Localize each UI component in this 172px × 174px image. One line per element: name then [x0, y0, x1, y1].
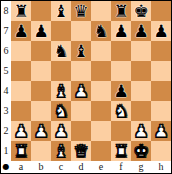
square-g2[interactable]: ♟ — [131, 121, 151, 141]
black-pawn: ♟ — [133, 21, 148, 41]
white-pawn: ♟ — [13, 121, 28, 141]
white-knight: ♞ — [113, 101, 128, 121]
rank-label-7: 7 — [1, 21, 11, 41]
file-label-b: b — [31, 161, 51, 173]
rank-label-6: 6 — [1, 41, 11, 61]
square-h1[interactable] — [151, 141, 171, 161]
square-c1[interactable]: ♝ — [51, 141, 71, 161]
white-pawn: ♟ — [53, 121, 68, 141]
file-label-f: f — [111, 161, 131, 173]
square-f2[interactable] — [111, 121, 131, 141]
white-queen: ♛ — [73, 141, 88, 161]
square-h4[interactable] — [151, 81, 171, 101]
white-bishop: ♝ — [53, 141, 68, 161]
square-e4[interactable] — [91, 81, 111, 101]
square-f7[interactable]: ♟ — [111, 21, 131, 41]
white-pawn: ♟ — [33, 121, 48, 141]
square-a8[interactable]: ♜ — [11, 1, 31, 21]
black-bishop: ♝ — [53, 1, 68, 21]
black-rook: ♜ — [13, 1, 28, 21]
square-c8[interactable]: ♝ — [51, 1, 71, 21]
square-b7[interactable]: ♟ — [31, 21, 51, 41]
square-e8[interactable] — [91, 1, 111, 21]
square-d2[interactable] — [71, 121, 91, 141]
black-pawn: ♟ — [113, 81, 128, 101]
square-b5[interactable] — [31, 61, 51, 81]
square-d1[interactable]: ♛ — [71, 141, 91, 161]
rank-label-4: 4 — [1, 81, 11, 101]
square-a6[interactable] — [11, 41, 31, 61]
black-pawn: ♟ — [33, 21, 48, 41]
black-pawn: ♟ — [153, 21, 168, 41]
chess-diagram: 87654321 ♜♝♛♜♚♟♟♞♟♟♟♞♝♝♟♟♞♞♟♟♟♟♟♜♝♛♜♚ ● … — [0, 0, 172, 174]
square-e7[interactable]: ♞ — [91, 21, 111, 41]
white-pawn: ♟ — [133, 121, 148, 141]
rank-label-2: 2 — [1, 121, 11, 141]
square-g8[interactable]: ♚ — [131, 1, 151, 21]
rank-label-5: 5 — [1, 61, 11, 81]
black-queen: ♛ — [73, 1, 88, 21]
square-b4[interactable] — [31, 81, 51, 101]
file-label-e: e — [91, 161, 111, 173]
white-king: ♚ — [133, 141, 148, 161]
square-c2[interactable]: ♟ — [51, 121, 71, 141]
square-b8[interactable] — [31, 1, 51, 21]
file-label-c: c — [51, 161, 71, 173]
square-e2[interactable] — [91, 121, 111, 141]
chess-board: ♜♝♛♜♚♟♟♞♟♟♟♞♝♝♟♟♞♞♟♟♟♟♟♜♝♛♜♚ — [11, 1, 171, 161]
square-h6[interactable] — [151, 41, 171, 61]
square-e3[interactable] — [91, 101, 111, 121]
square-a2[interactable]: ♟ — [11, 121, 31, 141]
square-d6[interactable]: ♝ — [71, 41, 91, 61]
square-f8[interactable]: ♜ — [111, 1, 131, 21]
square-a5[interactable] — [11, 61, 31, 81]
square-c6[interactable]: ♞ — [51, 41, 71, 61]
square-h3[interactable] — [151, 101, 171, 121]
square-e6[interactable] — [91, 41, 111, 61]
square-b1[interactable] — [31, 141, 51, 161]
square-f4[interactable]: ♟ — [111, 81, 131, 101]
square-f5[interactable] — [111, 61, 131, 81]
square-d5[interactable] — [71, 61, 91, 81]
square-g3[interactable] — [131, 101, 151, 121]
file-label-h: h — [151, 161, 171, 173]
white-bishop: ♝ — [53, 81, 68, 101]
white-pawn: ♟ — [73, 81, 88, 101]
file-label-d: d — [71, 161, 91, 173]
black-pawn: ♟ — [13, 21, 28, 41]
rank-labels: 87654321 — [1, 1, 11, 161]
rank-label-3: 3 — [1, 101, 11, 121]
square-a4[interactable] — [11, 81, 31, 101]
square-e5[interactable] — [91, 61, 111, 81]
file-labels: abcdefgh — [11, 161, 171, 173]
square-g1[interactable]: ♚ — [131, 141, 151, 161]
black-to-move-dot: ● — [3, 161, 10, 173]
white-knight: ♞ — [53, 101, 68, 121]
square-g4[interactable] — [131, 81, 151, 101]
white-rook: ♜ — [113, 141, 128, 161]
square-b2[interactable]: ♟ — [31, 121, 51, 141]
square-d7[interactable] — [71, 21, 91, 41]
square-b6[interactable] — [31, 41, 51, 61]
square-d8[interactable]: ♛ — [71, 1, 91, 21]
black-bishop: ♝ — [73, 41, 88, 61]
rank-label-1: 1 — [1, 141, 11, 161]
square-d4[interactable]: ♟ — [71, 81, 91, 101]
black-pawn: ♟ — [113, 21, 128, 41]
white-pawn: ♟ — [153, 121, 168, 141]
square-h5[interactable] — [151, 61, 171, 81]
square-f6[interactable] — [111, 41, 131, 61]
black-knight: ♞ — [93, 21, 108, 41]
black-knight: ♞ — [53, 41, 68, 61]
square-g6[interactable] — [131, 41, 151, 61]
move-indicator: ● — [1, 161, 11, 173]
file-label-a: a — [11, 161, 31, 173]
square-h7[interactable]: ♟ — [151, 21, 171, 41]
square-c3[interactable]: ♞ — [51, 101, 71, 121]
square-a1[interactable]: ♜ — [11, 141, 31, 161]
square-c7[interactable] — [51, 21, 71, 41]
square-b3[interactable] — [31, 101, 51, 121]
square-f1[interactable]: ♜ — [111, 141, 131, 161]
square-a3[interactable] — [11, 101, 31, 121]
square-c4[interactable]: ♝ — [51, 81, 71, 101]
board-area: 87654321 ♜♝♛♜♚♟♟♞♟♟♟♞♝♝♟♟♞♞♟♟♟♟♟♜♝♛♜♚ — [1, 1, 171, 161]
square-g5[interactable] — [131, 61, 151, 81]
file-label-g: g — [131, 161, 151, 173]
square-e1[interactable] — [91, 141, 111, 161]
rank-label-8: 8 — [1, 1, 11, 21]
square-f3[interactable]: ♞ — [111, 101, 131, 121]
square-h8[interactable] — [151, 1, 171, 21]
square-a7[interactable]: ♟ — [11, 21, 31, 41]
square-c5[interactable] — [51, 61, 71, 81]
square-d3[interactable] — [71, 101, 91, 121]
square-g7[interactable]: ♟ — [131, 21, 151, 41]
black-king: ♚ — [133, 1, 148, 21]
black-rook: ♜ — [113, 1, 128, 21]
white-rook: ♜ — [13, 141, 28, 161]
bottom-strip: ● abcdefgh — [1, 161, 171, 173]
square-h2[interactable]: ♟ — [151, 121, 171, 141]
